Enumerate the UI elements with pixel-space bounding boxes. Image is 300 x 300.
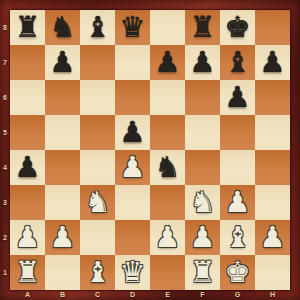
file-label-h: H <box>255 290 290 300</box>
square-f5[interactable] <box>185 115 220 150</box>
square-f6[interactable] <box>185 80 220 115</box>
board-frame: ♜♞♝♛♜♚♟♟♟♝♟♟♟♟♟♞♞♞♟♟♟♟♟♝♟♜♝♛♜♚ 87654321A… <box>0 0 300 300</box>
square-h3[interactable] <box>255 185 290 220</box>
square-h7[interactable]: ♟ <box>255 45 290 80</box>
square-a2[interactable]: ♟ <box>10 220 45 255</box>
file-label-c: C <box>80 290 115 300</box>
square-b5[interactable] <box>45 115 80 150</box>
square-g5[interactable] <box>220 115 255 150</box>
piece-black-bishop-g7[interactable]: ♝ <box>220 45 255 80</box>
square-e1[interactable] <box>150 255 185 290</box>
square-b1[interactable] <box>45 255 80 290</box>
square-c8[interactable]: ♝ <box>80 10 115 45</box>
square-d6[interactable] <box>115 80 150 115</box>
square-c6[interactable] <box>80 80 115 115</box>
square-e3[interactable] <box>150 185 185 220</box>
piece-white-rook-f1[interactable]: ♜ <box>185 255 220 290</box>
file-label-e: E <box>150 290 185 300</box>
rank-label-2: 2 <box>0 220 10 255</box>
square-h5[interactable] <box>255 115 290 150</box>
square-f1[interactable]: ♜ <box>185 255 220 290</box>
square-f2[interactable]: ♟ <box>185 220 220 255</box>
piece-black-rook-f8[interactable]: ♜ <box>185 10 220 45</box>
square-b3[interactable] <box>45 185 80 220</box>
square-c2[interactable] <box>80 220 115 255</box>
square-h6[interactable] <box>255 80 290 115</box>
piece-black-pawn-f7[interactable]: ♟ <box>185 45 220 80</box>
square-b7[interactable]: ♟ <box>45 45 80 80</box>
rank-label-6: 6 <box>0 80 10 115</box>
square-e4[interactable]: ♞ <box>150 150 185 185</box>
file-label-f: F <box>185 290 220 300</box>
square-h2[interactable]: ♟ <box>255 220 290 255</box>
square-b6[interactable] <box>45 80 80 115</box>
square-g7[interactable]: ♝ <box>220 45 255 80</box>
square-g6[interactable]: ♟ <box>220 80 255 115</box>
square-f8[interactable]: ♜ <box>185 10 220 45</box>
piece-black-pawn-h7[interactable]: ♟ <box>255 45 290 80</box>
file-label-b: B <box>45 290 80 300</box>
piece-black-bishop-c8[interactable]: ♝ <box>80 10 115 45</box>
square-b4[interactable] <box>45 150 80 185</box>
rank-label-3: 3 <box>0 185 10 220</box>
square-f3[interactable]: ♞ <box>185 185 220 220</box>
square-c4[interactable] <box>80 150 115 185</box>
piece-white-bishop-c1[interactable]: ♝ <box>80 255 115 290</box>
square-f4[interactable] <box>185 150 220 185</box>
piece-black-rook-a8[interactable]: ♜ <box>10 10 45 45</box>
square-d8[interactable]: ♛ <box>115 10 150 45</box>
square-h8[interactable] <box>255 10 290 45</box>
piece-white-queen-d1[interactable]: ♛ <box>115 255 150 290</box>
square-c7[interactable] <box>80 45 115 80</box>
piece-white-pawn-d4[interactable]: ♟ <box>115 150 150 185</box>
piece-white-knight-c3[interactable]: ♞ <box>80 185 115 220</box>
square-d5[interactable]: ♟ <box>115 115 150 150</box>
rank-label-5: 5 <box>0 115 10 150</box>
piece-white-bishop-g2[interactable]: ♝ <box>220 220 255 255</box>
square-c1[interactable]: ♝ <box>80 255 115 290</box>
square-a6[interactable] <box>10 80 45 115</box>
square-a4[interactable]: ♟ <box>10 150 45 185</box>
square-a7[interactable] <box>10 45 45 80</box>
piece-white-pawn-a2[interactable]: ♟ <box>10 220 45 255</box>
file-label-g: G <box>220 290 255 300</box>
square-d4[interactable]: ♟ <box>115 150 150 185</box>
piece-white-pawn-e2[interactable]: ♟ <box>150 220 185 255</box>
rank-label-7: 7 <box>0 45 10 80</box>
square-d1[interactable]: ♛ <box>115 255 150 290</box>
square-d3[interactable] <box>115 185 150 220</box>
piece-black-pawn-d5[interactable]: ♟ <box>115 115 150 150</box>
piece-white-pawn-g3[interactable]: ♟ <box>220 185 255 220</box>
square-e6[interactable] <box>150 80 185 115</box>
board: ♜♞♝♛♜♚♟♟♟♝♟♟♟♟♟♞♞♞♟♟♟♟♟♝♟♜♝♛♜♚ <box>10 10 290 290</box>
piece-black-pawn-g6[interactable]: ♟ <box>220 80 255 115</box>
square-a5[interactable] <box>10 115 45 150</box>
square-a3[interactable] <box>10 185 45 220</box>
square-e8[interactable] <box>150 10 185 45</box>
square-a1[interactable]: ♜ <box>10 255 45 290</box>
piece-black-queen-d8[interactable]: ♛ <box>115 10 150 45</box>
piece-black-knight-e4[interactable]: ♞ <box>150 150 185 185</box>
piece-white-pawn-b2[interactable]: ♟ <box>45 220 80 255</box>
square-b8[interactable]: ♞ <box>45 10 80 45</box>
piece-black-pawn-b7[interactable]: ♟ <box>45 45 80 80</box>
piece-black-pawn-e7[interactable]: ♟ <box>150 45 185 80</box>
square-g8[interactable]: ♚ <box>220 10 255 45</box>
square-h4[interactable] <box>255 150 290 185</box>
piece-white-rook-a1[interactable]: ♜ <box>10 255 45 290</box>
piece-black-knight-b8[interactable]: ♞ <box>45 10 80 45</box>
square-e2[interactable]: ♟ <box>150 220 185 255</box>
square-d2[interactable] <box>115 220 150 255</box>
square-c5[interactable] <box>80 115 115 150</box>
piece-white-king-g1[interactable]: ♚ <box>220 255 255 290</box>
rank-label-1: 1 <box>0 255 10 290</box>
square-d7[interactable] <box>115 45 150 80</box>
square-b2[interactable]: ♟ <box>45 220 80 255</box>
rank-label-8: 8 <box>0 10 10 45</box>
rank-label-4: 4 <box>0 150 10 185</box>
piece-white-knight-f3[interactable]: ♞ <box>185 185 220 220</box>
file-label-d: D <box>115 290 150 300</box>
square-g3[interactable]: ♟ <box>220 185 255 220</box>
square-f7[interactable]: ♟ <box>185 45 220 80</box>
piece-black-king-g8[interactable]: ♚ <box>220 10 255 45</box>
piece-white-pawn-f2[interactable]: ♟ <box>185 220 220 255</box>
square-a8[interactable]: ♜ <box>10 10 45 45</box>
square-c3[interactable]: ♞ <box>80 185 115 220</box>
square-e5[interactable] <box>150 115 185 150</box>
square-h1[interactable] <box>255 255 290 290</box>
square-g4[interactable] <box>220 150 255 185</box>
square-g2[interactable]: ♝ <box>220 220 255 255</box>
square-g1[interactable]: ♚ <box>220 255 255 290</box>
file-label-a: A <box>10 290 45 300</box>
piece-black-pawn-a4[interactable]: ♟ <box>10 150 45 185</box>
piece-white-pawn-h2[interactable]: ♟ <box>255 220 290 255</box>
square-e7[interactable]: ♟ <box>150 45 185 80</box>
